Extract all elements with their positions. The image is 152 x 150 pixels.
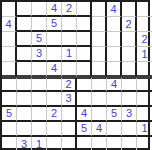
cell-r1c3[interactable] bbox=[32, 2, 47, 17]
cell-r10c3[interactable]: 1 bbox=[32, 137, 47, 150]
cell-r8c8[interactable]: 5 bbox=[107, 107, 122, 122]
cell-r5c10[interactable] bbox=[137, 62, 152, 77]
cell-r3c8[interactable] bbox=[107, 32, 122, 47]
cell-r4c6[interactable] bbox=[77, 47, 92, 62]
cell-r1c6[interactable] bbox=[77, 2, 92, 17]
cell-r7c8[interactable] bbox=[107, 92, 122, 107]
cell-r10c7[interactable] bbox=[92, 137, 107, 150]
cell-r9c5[interactable] bbox=[62, 122, 77, 137]
cell-r2c9[interactable]: 2 bbox=[122, 17, 137, 32]
cell-r9c4[interactable] bbox=[47, 122, 62, 137]
cell-r5c8[interactable] bbox=[107, 62, 122, 77]
cell-r5c2[interactable] bbox=[17, 62, 32, 77]
cell-r5c9[interactable] bbox=[122, 62, 137, 77]
cell-r2c8[interactable] bbox=[107, 17, 122, 32]
cell-r8c6[interactable]: 4 bbox=[77, 107, 92, 122]
cell-r1c2[interactable] bbox=[17, 2, 32, 17]
cell-r8c3[interactable] bbox=[32, 107, 47, 122]
cell-r8c1[interactable]: 5 bbox=[2, 107, 17, 122]
cell-r4c8[interactable] bbox=[107, 47, 122, 62]
cell-r9c1[interactable] bbox=[2, 122, 17, 137]
cell-r1c10[interactable] bbox=[137, 2, 152, 17]
cell-r4c10[interactable]: 1 bbox=[137, 47, 152, 62]
cell-r5c4[interactable]: 4 bbox=[47, 62, 62, 77]
cell-r1c4[interactable]: 4 bbox=[47, 2, 62, 17]
cell-r3c6[interactable] bbox=[77, 32, 92, 47]
cell-r1c1[interactable] bbox=[2, 2, 17, 17]
cell-r10c5[interactable] bbox=[62, 137, 77, 150]
cell-r9c3[interactable] bbox=[32, 122, 47, 137]
cell-r10c1[interactable] bbox=[2, 137, 17, 150]
cell-r8c10[interactable] bbox=[137, 107, 152, 122]
cell-r6c8[interactable]: 4 bbox=[107, 77, 122, 92]
cell-r5c7[interactable] bbox=[92, 62, 107, 77]
cell-r7c6[interactable] bbox=[77, 92, 92, 107]
cell-r7c9[interactable] bbox=[122, 92, 137, 107]
puzzle-board: 4244525231142435245354131 bbox=[0, 0, 150, 150]
cell-r6c10[interactable] bbox=[137, 77, 152, 92]
cell-r2c4[interactable]: 5 bbox=[47, 17, 62, 32]
cell-r7c4[interactable] bbox=[47, 92, 62, 107]
cell-r6c6[interactable] bbox=[77, 77, 92, 92]
cell-r1c7[interactable] bbox=[92, 2, 107, 17]
cell-r2c5[interactable] bbox=[62, 17, 77, 32]
cell-r3c3[interactable]: 5 bbox=[32, 32, 47, 47]
cell-r4c5[interactable]: 1 bbox=[62, 47, 77, 62]
cell-r7c1[interactable] bbox=[2, 92, 17, 107]
cell-r8c2[interactable] bbox=[17, 107, 32, 122]
cell-r1c5[interactable]: 2 bbox=[62, 2, 77, 17]
cell-r3c7[interactable] bbox=[92, 32, 107, 47]
cell-r4c1[interactable] bbox=[2, 47, 17, 62]
cell-r3c9[interactable] bbox=[122, 32, 137, 47]
cell-r7c5[interactable]: 3 bbox=[62, 92, 77, 107]
cell-r8c4[interactable]: 2 bbox=[47, 107, 62, 122]
cell-r6c4[interactable] bbox=[47, 77, 62, 92]
cell-r3c5[interactable] bbox=[62, 32, 77, 47]
cell-r2c6[interactable] bbox=[77, 17, 92, 32]
cell-r6c2[interactable] bbox=[17, 77, 32, 92]
cell-r4c9[interactable] bbox=[122, 47, 137, 62]
cell-r7c7[interactable] bbox=[92, 92, 107, 107]
cell-r5c1[interactable] bbox=[2, 62, 17, 77]
cell-r10c6[interactable] bbox=[77, 137, 92, 150]
cell-r3c10[interactable]: 2 bbox=[137, 32, 152, 47]
cell-r8c9[interactable]: 3 bbox=[122, 107, 137, 122]
cell-r8c7[interactable] bbox=[92, 107, 107, 122]
cell-r6c1[interactable] bbox=[2, 77, 17, 92]
cell-r3c4[interactable] bbox=[47, 32, 62, 47]
cell-r4c7[interactable] bbox=[92, 47, 107, 62]
cell-r8c5[interactable] bbox=[62, 107, 77, 122]
cell-r2c10[interactable] bbox=[137, 17, 152, 32]
cell-r2c3[interactable] bbox=[32, 17, 47, 32]
cell-r9c7[interactable]: 4 bbox=[92, 122, 107, 137]
cell-r9c2[interactable] bbox=[17, 122, 32, 137]
cell-r3c1[interactable] bbox=[2, 32, 17, 47]
cell-r9c6[interactable]: 5 bbox=[77, 122, 92, 137]
cell-r10c4[interactable] bbox=[47, 137, 62, 150]
cell-r9c9[interactable] bbox=[122, 122, 137, 137]
cell-r10c2[interactable]: 3 bbox=[17, 137, 32, 150]
cell-r7c10[interactable] bbox=[137, 92, 152, 107]
cell-r10c9[interactable] bbox=[122, 137, 137, 150]
cell-r1c8[interactable]: 4 bbox=[107, 2, 122, 17]
cell-r6c5[interactable]: 2 bbox=[62, 77, 77, 92]
cell-r4c2[interactable] bbox=[17, 47, 32, 62]
cell-r3c2[interactable] bbox=[17, 32, 32, 47]
cell-r10c8[interactable] bbox=[107, 137, 122, 150]
cell-r2c7[interactable] bbox=[92, 17, 107, 32]
cell-r2c2[interactable] bbox=[17, 17, 32, 32]
cell-r7c3[interactable] bbox=[32, 92, 47, 107]
cell-r7c2[interactable] bbox=[17, 92, 32, 107]
cell-r4c3[interactable]: 3 bbox=[32, 47, 47, 62]
cell-r1c9[interactable] bbox=[122, 2, 137, 17]
cell-r6c7[interactable] bbox=[92, 77, 107, 92]
cell-r2c1[interactable]: 4 bbox=[2, 17, 17, 32]
cell-r9c8[interactable] bbox=[107, 122, 122, 137]
cell-r6c3[interactable] bbox=[32, 77, 47, 92]
cell-r10c10[interactable] bbox=[137, 137, 152, 150]
cell-r5c6[interactable] bbox=[77, 62, 92, 77]
cell-r5c5[interactable] bbox=[62, 62, 77, 77]
cell-r9c10[interactable]: 1 bbox=[137, 122, 152, 137]
cell-r5c3[interactable] bbox=[32, 62, 47, 77]
cell-r6c9[interactable] bbox=[122, 77, 137, 92]
cell-r4c4[interactable] bbox=[47, 47, 62, 62]
